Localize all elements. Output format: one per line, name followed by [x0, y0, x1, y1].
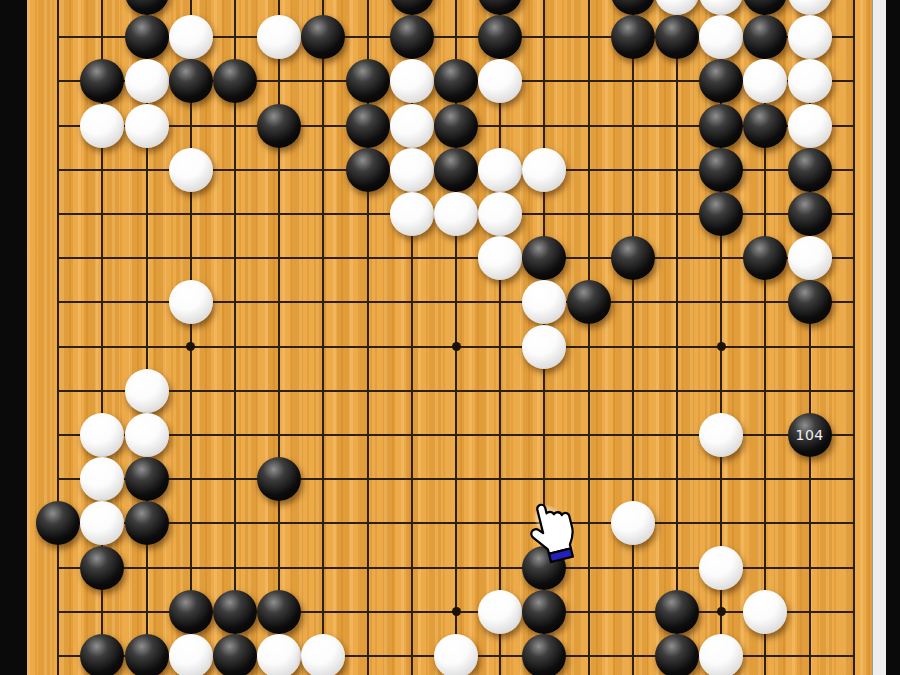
stone-black: [390, 0, 434, 15]
grid-line-horizontal: [57, 390, 855, 392]
stone-black: [125, 501, 169, 545]
star-point: [186, 342, 195, 351]
stone-black: [257, 457, 301, 501]
stone-white: [478, 192, 522, 236]
stone-white: [80, 413, 124, 457]
stone-white: [390, 192, 434, 236]
stone-black: [655, 634, 699, 675]
stone-white: [125, 59, 169, 103]
stone-white: [743, 59, 787, 103]
stone-black: [346, 104, 390, 148]
grid-line-vertical: [676, 0, 678, 675]
star-point: [452, 607, 461, 616]
stone-white: [788, 236, 832, 280]
stone-black: [699, 104, 743, 148]
stone-white: [699, 15, 743, 59]
stone-white: [478, 590, 522, 634]
stone-black: [611, 236, 655, 280]
stone-black: [699, 148, 743, 192]
stone-white: [80, 501, 124, 545]
stone-white: [699, 634, 743, 675]
stone-white: [125, 369, 169, 413]
stone-white: [788, 59, 832, 103]
stone-black: [655, 15, 699, 59]
stone-white: [699, 546, 743, 590]
stone-white: [478, 59, 522, 103]
stone-black: [478, 0, 522, 15]
grid-line-vertical: [853, 0, 855, 675]
stone-white: [80, 457, 124, 501]
move-number-label: 104: [788, 413, 832, 457]
stone-white: [390, 59, 434, 103]
stone-white: [478, 236, 522, 280]
stone-black: [788, 280, 832, 324]
grid-line-horizontal: [57, 522, 855, 524]
stone-black: [434, 104, 478, 148]
star-point: [717, 607, 726, 616]
stone-white: [125, 413, 169, 457]
stone-white: [522, 148, 566, 192]
stone-white: [788, 104, 832, 148]
stone-black: [699, 192, 743, 236]
grid-line-vertical: [57, 0, 59, 675]
stone-white: [434, 192, 478, 236]
grid-line-vertical: [322, 0, 324, 675]
stone-white: [434, 634, 478, 675]
go-app-window: 104: [0, 0, 900, 675]
stone-black: [390, 15, 434, 59]
stone-black: [743, 236, 787, 280]
stone-black: [567, 280, 611, 324]
stone-black: [125, 15, 169, 59]
stone-black: [743, 0, 787, 15]
stone-white: [788, 0, 832, 15]
stone-white: [478, 148, 522, 192]
stone-black: [257, 590, 301, 634]
stone-white: [743, 590, 787, 634]
stone-white: [125, 104, 169, 148]
stone-black: [213, 59, 257, 103]
stone-black: [80, 546, 124, 590]
grid-line-horizontal: [57, 257, 855, 259]
stone-white: [390, 104, 434, 148]
stone-black: [36, 501, 80, 545]
stone-black: [611, 15, 655, 59]
stone-black: [434, 148, 478, 192]
left-black-bar: [0, 0, 27, 675]
stone-white: [788, 15, 832, 59]
stone-black: [699, 59, 743, 103]
stone-black: [522, 236, 566, 280]
stone-white: [80, 104, 124, 148]
go-board[interactable]: 104: [27, 0, 873, 675]
stone-black: [434, 59, 478, 103]
stone-black: [346, 59, 390, 103]
stone-white: [699, 0, 743, 15]
stone-black: [655, 590, 699, 634]
stone-black: [125, 0, 169, 15]
stone-white: [522, 325, 566, 369]
stone-black: [522, 634, 566, 675]
stone-black: [788, 192, 832, 236]
stone-white: [655, 0, 699, 15]
stone-white: [390, 148, 434, 192]
grid-line-vertical: [278, 0, 280, 675]
stone-black: [522, 590, 566, 634]
grid-line-horizontal: [57, 478, 855, 480]
stone-black: [257, 104, 301, 148]
stone-black: [743, 15, 787, 59]
stone-black: [301, 15, 345, 59]
grid-line-vertical: [588, 0, 590, 675]
stone-white: [301, 634, 345, 675]
stone-white: [522, 280, 566, 324]
star-point: [452, 342, 461, 351]
stone-black: [346, 148, 390, 192]
window-edge-strip: [872, 0, 886, 675]
stone-black: [80, 634, 124, 675]
stone-white: [257, 634, 301, 675]
grid-line-vertical: [632, 0, 634, 675]
stone-black: [169, 590, 213, 634]
stone-white: [169, 280, 213, 324]
stone-black: [743, 104, 787, 148]
stone-black: [125, 457, 169, 501]
stone-black: [788, 148, 832, 192]
right-black-bar: [886, 0, 900, 675]
stone-black: [213, 634, 257, 675]
stone-black: [478, 15, 522, 59]
stone-black: [125, 634, 169, 675]
stone-black: [213, 590, 257, 634]
stone-white: [169, 15, 213, 59]
star-point: [717, 342, 726, 351]
stone-black: [611, 0, 655, 15]
stone-move-104: 104: [788, 413, 832, 457]
stone-white: [611, 501, 655, 545]
stone-white: [169, 634, 213, 675]
stone-white: [257, 15, 301, 59]
stone-black: [80, 59, 124, 103]
stone-white: [699, 413, 743, 457]
stone-white: [169, 148, 213, 192]
stone-black: [169, 59, 213, 103]
